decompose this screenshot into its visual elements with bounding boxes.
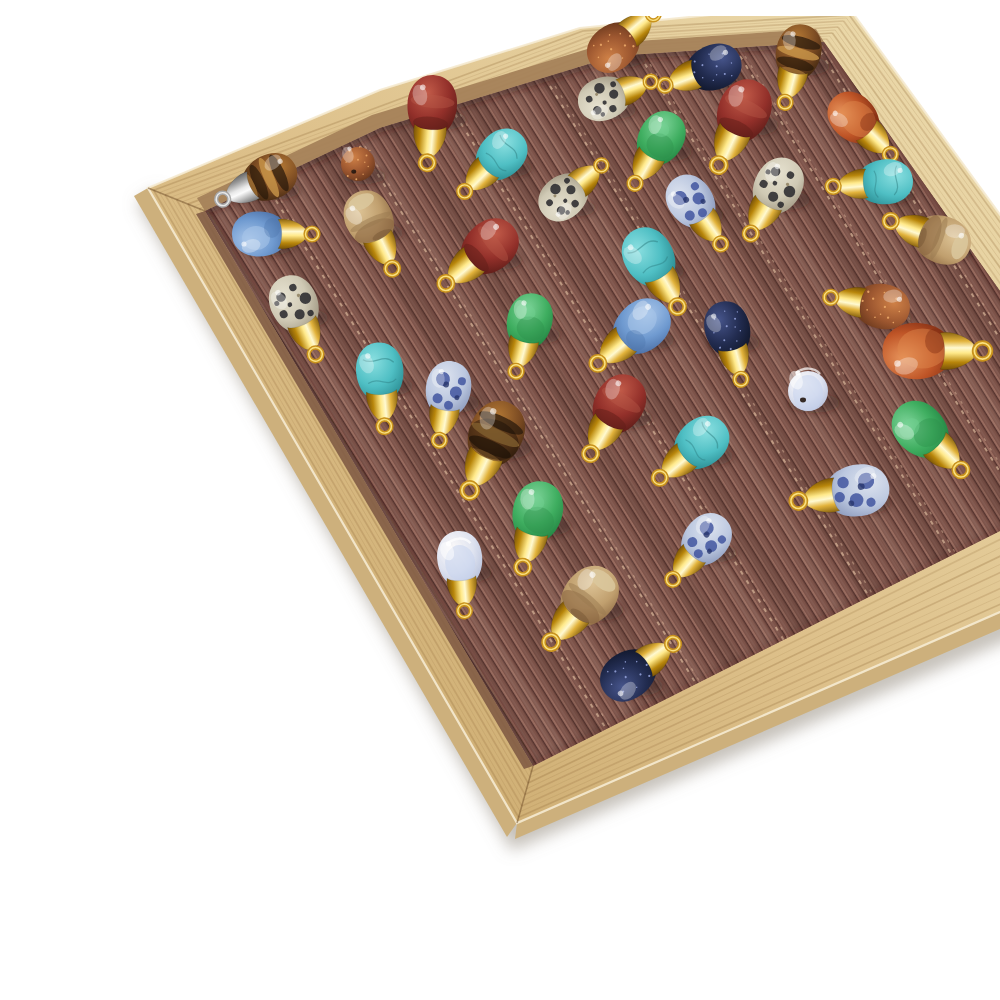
gemstone-pendant-product-photo <box>40 16 1000 1000</box>
photo-canvas <box>40 16 1000 1000</box>
